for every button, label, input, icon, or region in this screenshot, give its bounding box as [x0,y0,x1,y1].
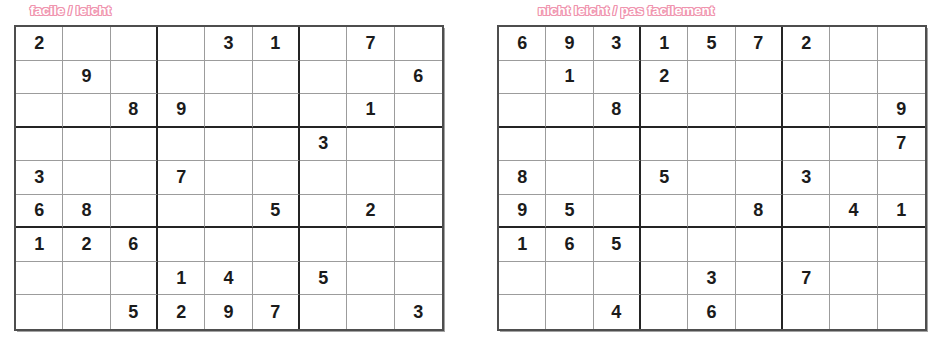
sudoku-cell-r9c3[interactable]: 4 [594,295,641,329]
sudoku-cell-r4c9[interactable] [395,128,442,162]
sudoku-cell-r2c7[interactable] [783,61,830,95]
sudoku-cell-r3c3[interactable]: 8 [111,94,158,128]
sudoku-cell-r3c3[interactable]: 8 [594,94,641,128]
sudoku-cell-r3c5[interactable] [205,94,252,128]
sudoku-cell-r9c5[interactable]: 9 [205,295,252,329]
sudoku-cell-r6c3[interactable] [594,195,641,229]
sudoku-cell-r4c1[interactable] [499,128,546,162]
sudoku-cell-r9c4[interactable] [641,295,688,329]
sudoku-cell-r8c1[interactable] [499,262,546,296]
sudoku-cell-r5c2[interactable] [546,161,593,195]
sudoku-cell-r8c7[interactable]: 5 [300,262,347,296]
sudoku-cell-r3c8[interactable]: 1 [347,94,394,128]
sudoku-cell-r1c8[interactable]: 7 [347,27,394,61]
sudoku-cell-r1c4[interactable]: 1 [641,27,688,61]
sudoku-cell-r9c2[interactable] [546,295,593,329]
sudoku-cell-r8c6[interactable] [253,262,300,296]
sudoku-cell-r8c7[interactable]: 7 [783,262,830,296]
sudoku-cell-r4c3[interactable] [111,128,158,162]
sudoku-cell-r7c2[interactable]: 6 [546,228,593,262]
sudoku-cell-r7c7[interactable] [300,228,347,262]
sudoku-cell-r9c8[interactable] [347,295,394,329]
sudoku-cell-r5c3[interactable] [594,161,641,195]
sudoku-cell-r2c3[interactable] [111,61,158,95]
sudoku-cell-r7c1[interactable]: 1 [499,228,546,262]
sudoku-cell-r3c9[interactable]: 9 [878,94,925,128]
sudoku-cell-r4c7[interactable]: 3 [300,128,347,162]
sudoku-cell-r4c5[interactable] [205,128,252,162]
sudoku-cell-r7c9[interactable] [395,228,442,262]
sudoku-cell-r8c5[interactable]: 4 [205,262,252,296]
sudoku-cell-r6c7[interactable] [783,195,830,229]
sudoku-cell-r2c9[interactable]: 6 [395,61,442,95]
sudoku-cell-r3c9[interactable] [395,94,442,128]
sudoku-cell-r9c4[interactable]: 2 [158,295,205,329]
sudoku-cell-r5c8[interactable] [347,161,394,195]
sudoku-cell-r5c9[interactable] [878,161,925,195]
sudoku-cell-r7c6[interactable] [253,228,300,262]
sudoku-cell-r3c6[interactable] [253,94,300,128]
sudoku-cell-r5c3[interactable] [111,161,158,195]
sudoku-cell-r6c9[interactable] [395,195,442,229]
sudoku-cell-r5c4[interactable]: 5 [641,161,688,195]
sudoku-cell-r6c1[interactable]: 6 [16,195,63,229]
sudoku-cell-r6c2[interactable]: 5 [546,195,593,229]
sudoku-cell-r8c4[interactable] [641,262,688,296]
sudoku-cell-r4c1[interactable] [16,128,63,162]
sudoku-cell-r6c9[interactable]: 1 [878,195,925,229]
sudoku-cell-r9c6[interactable]: 7 [253,295,300,329]
sudoku-cell-r1c1[interactable]: 2 [16,27,63,61]
sudoku-cell-r1c3[interactable]: 3 [594,27,641,61]
sudoku-cell-r8c1[interactable] [16,262,63,296]
sudoku-cell-r3c2[interactable] [63,94,110,128]
sudoku-cell-r2c5[interactable] [205,61,252,95]
sudoku-cell-r7c8[interactable] [347,228,394,262]
sudoku-cell-r1c5[interactable]: 5 [688,27,735,61]
sudoku-cell-r4c2[interactable] [546,128,593,162]
sudoku-cell-r7c4[interactable] [641,228,688,262]
puzzle-hard-title: nicht leicht / pas facilement [538,3,927,25]
sudoku-cell-r9c7[interactable] [300,295,347,329]
sudoku-cell-r1c5[interactable]: 3 [205,27,252,61]
sudoku-cell-r9c1[interactable] [16,295,63,329]
sudoku-cell-r3c7[interactable] [783,94,830,128]
sudoku-cell-r1c8[interactable] [830,27,877,61]
sudoku-cell-r9c3[interactable]: 5 [111,295,158,329]
sudoku-cell-r5c7[interactable]: 3 [783,161,830,195]
sudoku-cell-r9c9[interactable]: 3 [395,295,442,329]
sudoku-cell-r3c7[interactable] [300,94,347,128]
sudoku-cell-r4c4[interactable] [158,128,205,162]
sudoku-cell-r3c6[interactable] [736,94,783,128]
sudoku-cell-r5c6[interactable] [253,161,300,195]
sudoku-cell-r6c6[interactable]: 8 [736,195,783,229]
sudoku-cell-r1c1[interactable]: 6 [499,27,546,61]
sudoku-cell-r7c2[interactable]: 2 [63,228,110,262]
sudoku-cell-r8c2[interactable] [63,262,110,296]
sudoku-cell-r4c3[interactable] [594,128,641,162]
sudoku-cell-r4c9[interactable]: 7 [878,128,925,162]
puzzle-easy-title: facile / leicht [30,3,444,25]
sudoku-cell-r5c2[interactable] [63,161,110,195]
sudoku-cell-r2c5[interactable] [688,61,735,95]
sudoku-cell-r7c1[interactable]: 1 [16,228,63,262]
sudoku-cell-r4c5[interactable] [688,128,735,162]
sudoku-cell-r1c7[interactable]: 2 [783,27,830,61]
sudoku-cell-r1c6[interactable]: 7 [736,27,783,61]
sudoku-cell-r8c5[interactable]: 3 [688,262,735,296]
sudoku-cell-r3c4[interactable]: 9 [158,94,205,128]
sudoku-cell-r2c7[interactable] [300,61,347,95]
sudoku-cell-r9c5[interactable]: 6 [688,295,735,329]
sudoku-cell-r3c1[interactable] [499,94,546,128]
sudoku-cell-r3c1[interactable] [16,94,63,128]
sudoku-cell-r5c5[interactable] [688,161,735,195]
sudoku-cell-r6c3[interactable] [111,195,158,229]
sudoku-cell-r4c6[interactable] [253,128,300,162]
sudoku-cell-r6c2[interactable]: 8 [63,195,110,229]
sudoku-cell-r2c1[interactable] [16,61,63,95]
sudoku-cell-r3c8[interactable] [830,94,877,128]
puzzle-easy: facile / leicht 231796891337685212614552… [14,3,444,331]
page: facile / leicht 231796891337685212614552… [0,0,945,355]
sudoku-cell-r2c8[interactable] [830,61,877,95]
sudoku-grid-easy: 231796891337685212614552973 [14,25,444,331]
sudoku-cell-r9c2[interactable] [63,295,110,329]
sudoku-cell-r9c8[interactable] [830,295,877,329]
sudoku-cell-r3c4[interactable] [641,94,688,128]
sudoku-cell-r1c3[interactable] [111,27,158,61]
sudoku-cell-r5c6[interactable] [736,161,783,195]
sudoku-cell-r1c2[interactable] [63,27,110,61]
sudoku-cell-r8c9[interactable] [878,262,925,296]
sudoku-cell-r9c1[interactable] [499,295,546,329]
sudoku-cell-r1c7[interactable] [300,27,347,61]
sudoku-cell-r5c7[interactable] [300,161,347,195]
sudoku-cell-r4c7[interactable] [783,128,830,162]
sudoku-cell-r2c3[interactable] [594,61,641,95]
sudoku-cell-r4c4[interactable] [641,128,688,162]
sudoku-cell-r6c7[interactable] [300,195,347,229]
puzzle-hard: nicht leicht / pas facilement 6931572128… [497,3,927,331]
sudoku-cell-r2c4[interactable]: 2 [641,61,688,95]
sudoku-cell-r6c8[interactable]: 4 [830,195,877,229]
sudoku-cell-r6c1[interactable]: 9 [499,195,546,229]
sudoku-cell-r7c5[interactable] [205,228,252,262]
sudoku-cell-r8c4[interactable]: 1 [158,262,205,296]
sudoku-cell-r8c8[interactable] [830,262,877,296]
sudoku-cell-r5c8[interactable] [830,161,877,195]
sudoku-cell-r2c6[interactable] [253,61,300,95]
sudoku-cell-r8c9[interactable] [395,262,442,296]
sudoku-cell-r5c5[interactable] [205,161,252,195]
sudoku-grid-hard: 693157212897853958411653746 [497,25,927,331]
sudoku-cell-r2c2[interactable]: 1 [546,61,593,95]
sudoku-cell-r2c2[interactable]: 9 [63,61,110,95]
sudoku-cell-r5c4[interactable]: 7 [158,161,205,195]
sudoku-cell-r4c8[interactable] [347,128,394,162]
sudoku-cell-r6c4[interactable] [158,195,205,229]
sudoku-cell-r8c2[interactable] [546,262,593,296]
sudoku-cell-r7c9[interactable] [878,228,925,262]
sudoku-cell-r7c7[interactable] [783,228,830,262]
sudoku-cell-r7c3[interactable]: 6 [111,228,158,262]
sudoku-cell-r8c3[interactable] [594,262,641,296]
sudoku-cell-r6c5[interactable] [205,195,252,229]
sudoku-cell-r1c9[interactable] [395,27,442,61]
sudoku-cell-r6c6[interactable]: 5 [253,195,300,229]
sudoku-cell-r4c8[interactable] [830,128,877,162]
sudoku-cell-r7c4[interactable] [158,228,205,262]
sudoku-cell-r1c2[interactable]: 9 [546,27,593,61]
sudoku-cell-r6c5[interactable] [688,195,735,229]
sudoku-cell-r7c8[interactable] [830,228,877,262]
sudoku-cell-r2c4[interactable] [158,61,205,95]
sudoku-cell-r8c8[interactable] [347,262,394,296]
sudoku-cell-r1c9[interactable] [878,27,925,61]
sudoku-cell-r3c5[interactable] [688,94,735,128]
sudoku-cell-r8c3[interactable] [111,262,158,296]
sudoku-cell-r2c1[interactable] [499,61,546,95]
sudoku-cell-r9c7[interactable] [783,295,830,329]
sudoku-cell-r2c9[interactable] [878,61,925,95]
sudoku-cell-r2c8[interactable] [347,61,394,95]
sudoku-cell-r9c9[interactable] [878,295,925,329]
sudoku-cell-r1c6[interactable]: 1 [253,27,300,61]
sudoku-cell-r4c2[interactable] [63,128,110,162]
sudoku-cell-r3c2[interactable] [546,94,593,128]
sudoku-cell-r8c6[interactable] [736,262,783,296]
sudoku-cell-r5c9[interactable] [395,161,442,195]
sudoku-cell-r5c1[interactable]: 3 [16,161,63,195]
sudoku-cell-r4c6[interactable] [736,128,783,162]
sudoku-cell-r7c5[interactable] [688,228,735,262]
sudoku-cell-r6c8[interactable]: 2 [347,195,394,229]
sudoku-cell-r6c4[interactable] [641,195,688,229]
sudoku-cell-r7c6[interactable] [736,228,783,262]
sudoku-cell-r7c3[interactable]: 5 [594,228,641,262]
sudoku-cell-r5c1[interactable]: 8 [499,161,546,195]
sudoku-cell-r1c4[interactable] [158,27,205,61]
sudoku-cell-r2c6[interactable] [736,61,783,95]
sudoku-cell-r9c6[interactable] [736,295,783,329]
